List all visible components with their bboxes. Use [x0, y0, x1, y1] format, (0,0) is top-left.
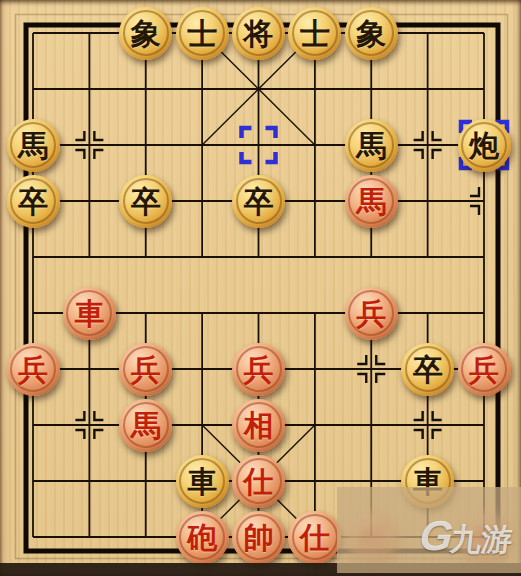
piece-glyph: 象: [356, 7, 386, 60]
piece-black-卒[interactable]: 卒: [232, 175, 285, 228]
piece-red-相[interactable]: 相: [232, 399, 285, 452]
xiangqi-board-screen: 象士将士象馬馬炮卒卒卒馬車兵兵兵兵卒兵馬相車仕車砲帥仕相車 G九游: [0, 0, 521, 576]
piece-glyph: 砲: [187, 511, 217, 564]
piece-glyph: 卒: [18, 175, 48, 228]
piece-glyph: 帥: [244, 511, 274, 564]
piece-black-卒[interactable]: 卒: [401, 343, 454, 396]
piece-glyph: 兵: [244, 343, 274, 396]
piece-glyph: 仕: [244, 455, 274, 508]
piece-glyph: 士: [187, 7, 217, 60]
piece-red-兵[interactable]: 兵: [119, 343, 172, 396]
piece-glyph: 仕: [300, 511, 330, 564]
piece-red-仕[interactable]: 仕: [288, 511, 341, 564]
piece-red-兵[interactable]: 兵: [7, 343, 60, 396]
piece-glyph: 象: [131, 7, 161, 60]
piece-red-馬[interactable]: 馬: [345, 175, 398, 228]
piece-glyph: 車: [74, 287, 104, 340]
piece-black-卒[interactable]: 卒: [7, 175, 60, 228]
9game-logo-icon: G: [418, 512, 454, 559]
piece-black-象[interactable]: 象: [119, 7, 172, 60]
piece-black-車[interactable]: 車: [176, 455, 229, 508]
piece-black-卒[interactable]: 卒: [119, 175, 172, 228]
piece-black-士[interactable]: 士: [288, 7, 341, 60]
piece-black-炮[interactable]: 炮: [458, 119, 511, 172]
piece-glyph: 馬: [131, 399, 161, 452]
piece-glyph: 車: [187, 455, 217, 508]
piece-red-馬[interactable]: 馬: [119, 399, 172, 452]
piece-glyph: 卒: [413, 343, 443, 396]
piece-glyph: 馬: [356, 119, 386, 172]
piece-black-将[interactable]: 将: [232, 7, 285, 60]
piece-black-士[interactable]: 士: [176, 7, 229, 60]
piece-glyph: 将: [244, 7, 274, 60]
piece-red-兵[interactable]: 兵: [345, 287, 398, 340]
piece-glyph: 卒: [244, 175, 274, 228]
9game-logo-text: 九游: [449, 522, 515, 557]
piece-glyph: 馬: [356, 175, 386, 228]
piece-red-車[interactable]: 車: [63, 287, 116, 340]
piece-black-馬[interactable]: 馬: [7, 119, 60, 172]
piece-glyph: 相: [244, 399, 274, 452]
piece-red-仕[interactable]: 仕: [232, 455, 285, 508]
piece-glyph: 兵: [356, 287, 386, 340]
piece-red-兵[interactable]: 兵: [232, 343, 285, 396]
piece-glyph: 炮: [469, 119, 499, 172]
piece-black-象[interactable]: 象: [345, 7, 398, 60]
piece-black-馬[interactable]: 馬: [345, 119, 398, 172]
piece-red-砲[interactable]: 砲: [176, 511, 229, 564]
piece-glyph: 兵: [18, 343, 48, 396]
piece-red-帥[interactable]: 帥: [232, 511, 285, 564]
piece-glyph: 兵: [469, 343, 499, 396]
piece-glyph: 卒: [131, 175, 161, 228]
9game-watermark: G九游: [417, 512, 515, 561]
piece-red-兵[interactable]: 兵: [458, 343, 511, 396]
piece-glyph: 馬: [18, 119, 48, 172]
piece-glyph: 兵: [131, 343, 161, 396]
piece-glyph: 士: [300, 7, 330, 60]
